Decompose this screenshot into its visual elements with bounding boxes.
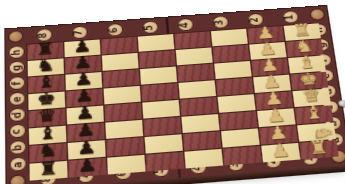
square-a1[interactable]: ♜ [299,139,338,158]
board-grid: ♜♟♟♜♞♟♟♞♝♟♟♝♚♟♟♚♛♟♟♛♝♟♟♝♞♟♟♞♜♟♟♜ [26,22,330,173]
corner-medallion [10,175,24,184]
black-bishop[interactable]: ♝ [37,125,56,141]
file-label: b [10,140,25,153]
square-a6[interactable] [107,154,145,174]
black-bishop[interactable]: ♝ [36,74,55,89]
white-queen[interactable]: ♛ [301,88,321,103]
rank-label: 3 [212,16,227,28]
square-d3[interactable] [217,94,255,113]
square-g5[interactable] [138,50,175,68]
black-pawn[interactable]: ♟ [74,88,93,103]
black-pawn[interactable]: ♟ [75,105,94,120]
square-h4[interactable] [174,31,211,49]
square-a2[interactable]: ♟ [261,142,300,162]
file-labels-left: hgfedcba [6,43,27,172]
square-g4[interactable] [175,47,212,65]
white-pawn[interactable]: ♟ [267,125,288,141]
white-bishop[interactable]: ♝ [296,55,316,70]
square-c3[interactable] [219,111,257,130]
black-pawn[interactable]: ♟ [72,39,91,53]
corner-medallion [310,9,324,20]
square-g6[interactable] [101,52,138,70]
corner-medallion [9,31,22,42]
square-e5[interactable] [141,83,178,102]
black-rook[interactable]: ♜ [38,160,58,176]
square-a7[interactable]: ♟ [68,157,106,177]
black-pawn[interactable]: ♟ [76,139,96,155]
rank-label: 6 [107,23,122,35]
square-b6[interactable] [106,137,144,156]
square-f4[interactable] [177,63,214,81]
rank-label: 4 [177,18,192,30]
file-label: a [10,157,25,170]
square-e6[interactable] [103,85,140,104]
file-label: g [9,61,23,73]
black-pawn[interactable]: ♟ [74,71,93,86]
board-frame: 87654321 87654321 hgfedcba hgfedcba ♜♟♟♜… [5,5,345,184]
square-f6[interactable] [102,69,139,87]
square-a3[interactable] [222,145,261,165]
black-knight[interactable]: ♞ [38,142,58,158]
black-queen[interactable]: ♛ [37,108,56,123]
square-f5[interactable] [139,66,176,84]
file-label: h [9,46,23,58]
square-c1[interactable]: ♝ [294,105,333,124]
rank-label: 5 [142,21,157,33]
white-rook[interactable]: ♜ [292,22,312,36]
white-king[interactable]: ♚ [298,71,318,86]
square-d5[interactable] [142,99,180,118]
square-c6[interactable] [105,119,143,138]
square-c4[interactable] [181,114,219,133]
white-rook[interactable]: ♜ [308,139,329,155]
black-rook[interactable]: ♜ [36,41,55,56]
square-h6[interactable] [101,36,137,54]
square-d4[interactable] [179,97,217,116]
white-pawn[interactable]: ♟ [263,90,283,105]
square-h3[interactable] [210,28,247,46]
black-pawn[interactable]: ♟ [77,157,97,173]
file-label: c [10,124,25,137]
square-d6[interactable] [104,102,142,121]
black-knight[interactable]: ♞ [36,58,55,73]
file-label: e [9,92,24,105]
square-b5[interactable] [144,134,182,153]
square-b3[interactable] [221,128,260,147]
file-label: d [10,108,25,121]
white-pawn[interactable]: ♟ [255,25,275,39]
square-a8[interactable]: ♜ [29,160,67,180]
square-g3[interactable] [212,44,249,62]
black-pawn[interactable]: ♟ [76,122,96,138]
black-king[interactable]: ♚ [37,91,56,106]
square-b4[interactable] [182,131,221,150]
square-h5[interactable] [137,34,174,52]
square-c5[interactable] [143,116,181,135]
white-pawn[interactable]: ♟ [261,74,281,89]
white-pawn[interactable]: ♟ [259,57,279,72]
square-a4[interactable] [184,148,223,168]
square-e4[interactable] [178,80,216,98]
black-pawn[interactable]: ♟ [73,55,92,70]
chess-board-photo: 87654321 87654321 hgfedcba hgfedcba ♜♟♟♜… [5,5,345,184]
white-pawn[interactable]: ♟ [257,41,277,56]
square-f3[interactable] [214,60,252,78]
white-knight[interactable]: ♞ [294,38,314,52]
file-label: f [9,76,23,89]
white-bishop[interactable]: ♝ [303,105,324,120]
white-pawn[interactable]: ♟ [265,107,285,122]
square-a5[interactable] [145,151,184,171]
white-pawn[interactable]: ♟ [270,142,291,158]
square-e3[interactable] [215,77,253,95]
